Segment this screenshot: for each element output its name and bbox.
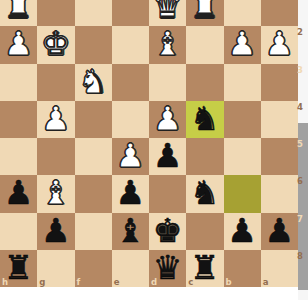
square-f7[interactable] — [75, 213, 112, 250]
square-d4[interactable]: ♟ — [149, 101, 186, 138]
chess-board[interactable]: ♜♛♜1♟♚♝♟2♟♞3♟♟♞4♟♟5♟♝♟♞6♟♝♚♟7♟h♜gfed♛c♜b… — [0, 0, 298, 287]
square-d8[interactable]: d♛ — [149, 250, 186, 287]
square-d2[interactable]: ♝ — [149, 26, 186, 63]
piece-white-bishop[interactable]: ♝ — [153, 27, 183, 60]
square-e4[interactable] — [112, 101, 149, 138]
square-h5[interactable] — [0, 138, 37, 175]
file-label-g: g — [39, 278, 45, 287]
piece-black-king[interactable]: ♚ — [153, 214, 183, 247]
square-f8[interactable]: f — [75, 250, 112, 287]
square-e3[interactable] — [112, 64, 149, 101]
square-e8[interactable]: e — [112, 250, 149, 287]
piece-white-pawn[interactable]: ♟ — [227, 27, 257, 60]
piece-black-knight[interactable]: ♞ — [190, 102, 220, 135]
piece-white-knight[interactable]: ♞ — [78, 65, 108, 98]
piece-white-pawn[interactable]: ♟ — [153, 102, 183, 135]
piece-black-pawn[interactable]: ♟ — [265, 214, 295, 247]
file-label-f: f — [77, 278, 81, 287]
square-g2[interactable]: ♚ — [37, 26, 74, 63]
square-c1[interactable]: ♜ — [186, 0, 223, 26]
square-b1[interactable] — [224, 0, 261, 26]
square-h2[interactable]: ♟ — [0, 26, 37, 63]
file-label-e: e — [114, 278, 120, 287]
square-g1[interactable] — [37, 0, 74, 26]
square-a5[interactable]: 5 — [261, 138, 298, 175]
square-c3[interactable] — [186, 64, 223, 101]
piece-black-pawn[interactable]: ♟ — [116, 176, 146, 209]
square-h4[interactable] — [0, 101, 37, 138]
file-label-c: c — [188, 278, 193, 287]
square-h1[interactable]: ♜ — [0, 0, 37, 26]
piece-white-rook[interactable]: ♜ — [4, 0, 34, 23]
rank-label-4: 4 — [297, 103, 303, 112]
piece-black-pawn[interactable]: ♟ — [41, 214, 71, 247]
piece-black-rook[interactable]: ♜ — [190, 251, 220, 284]
square-h7[interactable] — [0, 213, 37, 250]
file-label-d: d — [151, 278, 157, 287]
square-a3[interactable]: 3 — [261, 64, 298, 101]
square-f3[interactable]: ♞ — [75, 64, 112, 101]
square-g5[interactable] — [37, 138, 74, 175]
piece-black-bishop[interactable]: ♝ — [116, 214, 146, 247]
file-label-b: b — [226, 278, 232, 287]
chess-app-window: ♜♛♜1♟♚♝♟2♟♞3♟♟♞4♟♟5♟♝♟♞6♟♝♚♟7♟h♜gfed♛c♜b… — [0, 0, 308, 300]
square-b8[interactable]: b — [224, 250, 261, 287]
square-h6[interactable]: ♟ — [0, 175, 37, 212]
piece-black-knight[interactable]: ♞ — [190, 176, 220, 209]
square-b6[interactable] — [224, 175, 261, 212]
piece-black-queen[interactable]: ♛ — [153, 251, 183, 284]
square-e7[interactable]: ♝ — [112, 213, 149, 250]
piece-white-rook[interactable]: ♜ — [190, 0, 220, 23]
piece-white-queen[interactable]: ♛ — [153, 0, 183, 23]
square-a7[interactable]: 7♟ — [261, 213, 298, 250]
square-d7[interactable]: ♚ — [149, 213, 186, 250]
square-a8[interactable]: 8a — [261, 250, 298, 287]
square-f5[interactable] — [75, 138, 112, 175]
square-h8[interactable]: h♜ — [0, 250, 37, 287]
piece-black-rook[interactable]: ♜ — [4, 251, 34, 284]
rank-label-5: 5 — [297, 140, 303, 149]
square-f4[interactable] — [75, 101, 112, 138]
square-g6[interactable]: ♝ — [37, 175, 74, 212]
piece-white-king[interactable]: ♚ — [41, 27, 71, 60]
square-a2[interactable]: 2♟ — [261, 26, 298, 63]
square-f2[interactable] — [75, 26, 112, 63]
rank-label-2: 2 — [297, 28, 303, 37]
square-a4[interactable]: 4 — [261, 101, 298, 138]
square-a6[interactable]: 6 — [261, 175, 298, 212]
square-d5[interactable]: ♟ — [149, 138, 186, 175]
piece-black-pawn[interactable]: ♟ — [227, 214, 257, 247]
rank-label-3: 3 — [297, 66, 303, 75]
square-g3[interactable] — [37, 64, 74, 101]
file-label-h: h — [2, 278, 8, 287]
square-c6[interactable]: ♞ — [186, 175, 223, 212]
square-g8[interactable]: g — [37, 250, 74, 287]
square-b3[interactable] — [224, 64, 261, 101]
square-d3[interactable] — [149, 64, 186, 101]
square-c2[interactable] — [186, 26, 223, 63]
square-c5[interactable] — [186, 138, 223, 175]
square-f1[interactable] — [75, 0, 112, 26]
square-d1[interactable]: ♛ — [149, 0, 186, 26]
file-label-a: a — [263, 278, 269, 287]
square-a1[interactable]: 1 — [261, 0, 298, 26]
square-e2[interactable] — [112, 26, 149, 63]
piece-white-pawn[interactable]: ♟ — [265, 27, 295, 60]
piece-black-pawn[interactable]: ♟ — [4, 176, 34, 209]
square-c7[interactable] — [186, 213, 223, 250]
square-e5[interactable]: ♟ — [112, 138, 149, 175]
square-c4[interactable]: ♞ — [186, 101, 223, 138]
square-f6[interactable] — [75, 175, 112, 212]
square-g7[interactable]: ♟ — [37, 213, 74, 250]
square-c8[interactable]: c♜ — [186, 250, 223, 287]
square-e6[interactable]: ♟ — [112, 175, 149, 212]
rank-label-7: 7 — [297, 215, 303, 224]
piece-white-bishop[interactable]: ♝ — [41, 176, 71, 209]
square-d6[interactable] — [149, 175, 186, 212]
piece-white-pawn[interactable]: ♟ — [41, 102, 71, 135]
rank-label-8: 8 — [297, 252, 303, 261]
square-b5[interactable] — [224, 138, 261, 175]
square-b7[interactable]: ♟ — [224, 213, 261, 250]
rank-label-6: 6 — [297, 177, 303, 186]
square-b2[interactable]: ♟ — [224, 26, 261, 63]
square-e1[interactable] — [112, 0, 149, 26]
square-h3[interactable] — [0, 64, 37, 101]
square-b4[interactable] — [224, 101, 261, 138]
piece-white-pawn[interactable]: ♟ — [4, 27, 34, 60]
square-g4[interactable]: ♟ — [37, 101, 74, 138]
piece-white-pawn[interactable]: ♟ — [116, 139, 146, 172]
piece-black-pawn[interactable]: ♟ — [153, 139, 183, 172]
